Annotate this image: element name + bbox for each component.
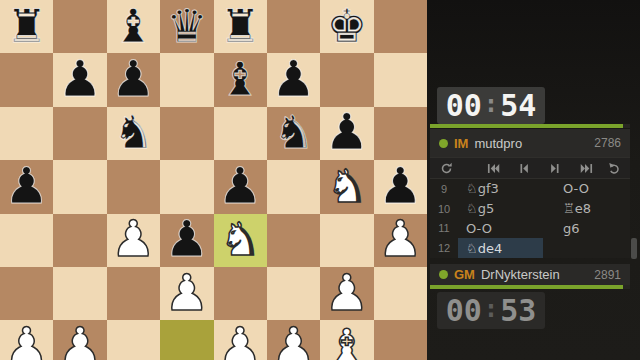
piece-white-bishop: ♝ [326, 323, 367, 360]
piece-black-knight: ♞ [273, 109, 314, 155]
top-clock: 00:54 [437, 87, 545, 124]
bottom-clock-minutes: 00 [446, 293, 482, 328]
square-d8[interactable]: ♛ [160, 0, 213, 53]
square-a8[interactable]: ♜ [0, 0, 53, 53]
square-a5[interactable]: ♟ [0, 160, 53, 213]
square-c7[interactable]: ♟ [107, 53, 160, 106]
piece-white-knight: ♞ [326, 163, 367, 209]
square-f7[interactable]: ♟ [267, 53, 320, 106]
square-e4[interactable]: ♞ [214, 214, 267, 267]
piece-black-bishop: ♝ [220, 56, 261, 102]
square-g6[interactable]: ♟ [320, 107, 373, 160]
square-f8[interactable] [267, 0, 320, 53]
online-dot [439, 270, 448, 279]
move-12-white[interactable]: ♘de4 [458, 238, 543, 258]
move-row-10: 10♘g5♖e8 [430, 199, 630, 219]
square-f2[interactable]: ♟ [267, 320, 320, 360]
online-dot [439, 139, 448, 148]
piece-white-pawn: ♟ [58, 321, 103, 360]
last-icon[interactable] [579, 161, 593, 175]
loop-icon[interactable] [439, 161, 453, 175]
move-controls [430, 157, 630, 179]
piece-white-pawn: ♟ [164, 268, 209, 318]
square-a3[interactable] [0, 267, 53, 320]
top-player-rating: 2786 [594, 136, 621, 150]
square-g7[interactable] [320, 53, 373, 106]
piece-black-pawn: ♟ [58, 54, 103, 104]
next-icon[interactable] [548, 161, 562, 175]
move-number-10: 10 [430, 199, 458, 219]
move-9-black[interactable]: O-O [543, 179, 630, 199]
piece-black-pawn: ♟ [111, 54, 156, 104]
top-clock-colon: : [484, 90, 498, 118]
first-icon[interactable] [486, 161, 500, 175]
square-b3[interactable] [53, 267, 106, 320]
square-a7[interactable] [0, 53, 53, 106]
square-b7[interactable]: ♟ [53, 53, 106, 106]
bottom-player-row[interactable]: GM DrNykterstein 2891 [430, 264, 630, 285]
move-10-white[interactable]: ♘g5 [458, 199, 543, 219]
top-player-timebar-fill [430, 124, 623, 128]
prev-icon[interactable] [517, 161, 531, 175]
bottom-clock-colon: : [484, 295, 498, 323]
piece-white-pawn: ♟ [271, 321, 316, 360]
square-d6[interactable] [160, 107, 213, 160]
top-player-name[interactable]: mutdpro [474, 136, 522, 151]
square-e2[interactable]: ♟ [214, 320, 267, 360]
piece-black-pawn: ♟ [218, 161, 263, 211]
top-player-row[interactable]: IM mutdpro 2786 [430, 129, 630, 157]
board-grid: ♜♝♛♜♚♟♟♝♟♞♞♟♟♟♞♟♟♟♞♟♟♟♟♟♟♟♝♜♝♛♜♚ [0, 0, 427, 360]
square-h3[interactable] [374, 267, 427, 320]
bottom-player-name[interactable]: DrNykterstein [481, 267, 560, 282]
move-list-scrollbar[interactable] [631, 238, 637, 259]
move-9-white[interactable]: ♘gf3 [458, 179, 543, 199]
move-number-9: 9 [430, 179, 458, 199]
square-e5[interactable]: ♟ [214, 160, 267, 213]
move-list[interactable]: 9♘gf3O-O10♘g5♖e811O-Og612♘de4 [430, 179, 630, 258]
square-g2[interactable]: ♝ [320, 320, 373, 360]
piece-black-bishop: ♝ [113, 3, 154, 49]
piece-black-pawn: ♟ [325, 107, 370, 157]
square-b8[interactable] [53, 0, 106, 53]
square-e8[interactable]: ♜ [214, 0, 267, 53]
square-e7[interactable]: ♝ [214, 53, 267, 106]
square-c6[interactable]: ♞ [107, 107, 160, 160]
top-clock-minutes: 00 [446, 88, 482, 123]
move-12-black [543, 238, 630, 258]
bottom-player-rating: 2891 [594, 268, 621, 282]
analysis-icon[interactable] [607, 161, 621, 175]
square-b2[interactable]: ♟ [53, 320, 106, 360]
square-d2[interactable] [160, 320, 213, 360]
square-f4[interactable] [267, 214, 320, 267]
top-clock-seconds: 54 [500, 88, 536, 123]
square-a6[interactable] [0, 107, 53, 160]
square-h8[interactable] [374, 0, 427, 53]
square-g8[interactable]: ♚ [320, 0, 373, 53]
square-h4[interactable]: ♟ [374, 214, 427, 267]
square-g3[interactable]: ♟ [320, 267, 373, 320]
square-c3[interactable] [107, 267, 160, 320]
piece-black-pawn: ♟ [271, 54, 316, 104]
square-e6[interactable] [214, 107, 267, 160]
piece-black-pawn: ♟ [164, 214, 209, 264]
square-d4[interactable]: ♟ [160, 214, 213, 267]
top-player-title: IM [454, 136, 468, 151]
square-c8[interactable]: ♝ [107, 0, 160, 53]
square-a4[interactable] [0, 214, 53, 267]
move-row-12: 12♘de4 [430, 238, 630, 258]
piece-white-pawn: ♟ [111, 214, 156, 264]
move-row-9: 9♘gf3O-O [430, 179, 630, 199]
move-row-11: 11O-Og6 [430, 219, 630, 239]
piece-black-rook: ♜ [6, 3, 47, 49]
square-h5[interactable]: ♟ [374, 160, 427, 213]
square-b5[interactable] [53, 160, 106, 213]
square-g5[interactable]: ♞ [320, 160, 373, 213]
square-d7[interactable] [160, 53, 213, 106]
square-g4[interactable] [320, 214, 373, 267]
square-h7[interactable] [374, 53, 427, 106]
move-number-12: 12 [430, 238, 458, 258]
square-e3[interactable] [214, 267, 267, 320]
piece-white-pawn: ♟ [4, 321, 49, 360]
bottom-clock-seconds: 53 [500, 293, 536, 328]
square-b6[interactable] [53, 107, 106, 160]
piece-white-pawn: ♟ [325, 268, 370, 318]
piece-white-pawn: ♟ [378, 214, 423, 264]
top-player-timebar [430, 124, 630, 128]
square-b4[interactable] [53, 214, 106, 267]
square-d5[interactable] [160, 160, 213, 213]
piece-white-knight: ♞ [220, 216, 261, 262]
chess-board[interactable]: ♜♝♛♜♚♟♟♝♟♞♞♟♟♟♞♟♟♟♞♟♟♟♟♟♟♟♝♜♝♛♜♚ [0, 0, 427, 360]
move-10-black[interactable]: ♖e8 [543, 199, 630, 219]
bottom-player-timebar-fill [430, 285, 623, 289]
move-number-11: 11 [430, 219, 458, 239]
square-c5[interactable] [107, 160, 160, 213]
bottom-player-title: GM [454, 267, 475, 282]
square-d3[interactable]: ♟ [160, 267, 213, 320]
square-c4[interactable]: ♟ [107, 214, 160, 267]
piece-black-pawn: ♟ [378, 161, 423, 211]
square-f6[interactable]: ♞ [267, 107, 320, 160]
square-h2[interactable] [374, 320, 427, 360]
square-h6[interactable] [374, 107, 427, 160]
move-11-black[interactable]: g6 [543, 219, 630, 239]
square-f3[interactable] [267, 267, 320, 320]
piece-white-pawn: ♟ [218, 321, 263, 360]
piece-black-rook: ♜ [220, 3, 261, 49]
bottom-clock: 00:53 [437, 292, 545, 329]
piece-black-king: ♚ [326, 3, 367, 49]
square-c2[interactable] [107, 320, 160, 360]
square-a2[interactable]: ♟ [0, 320, 53, 360]
move-11-white[interactable]: O-O [458, 219, 543, 239]
piece-black-queen: ♛ [166, 3, 207, 49]
piece-black-knight: ♞ [113, 109, 154, 155]
sidebar: 00:54 IM mutdpro 2786 9♘gf3O-O10♘g5♖e811… [427, 0, 640, 360]
bottom-player-timebar [430, 285, 630, 289]
piece-black-pawn: ♟ [4, 161, 49, 211]
square-f5[interactable] [267, 160, 320, 213]
